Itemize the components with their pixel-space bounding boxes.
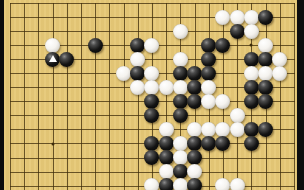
black-stone <box>244 94 259 109</box>
black-stone <box>215 136 230 151</box>
letterbox-left <box>0 0 4 190</box>
white-stone <box>201 94 216 109</box>
black-stone <box>187 66 202 81</box>
black-stone <box>201 52 216 67</box>
last-move-marker-icon <box>49 55 57 62</box>
black-stone <box>173 108 188 123</box>
black-stone <box>159 136 174 151</box>
black-stone <box>173 94 188 109</box>
white-stone <box>116 66 131 81</box>
black-stone <box>159 178 174 190</box>
white-stone <box>215 122 230 137</box>
black-stone <box>244 80 259 95</box>
black-stone <box>201 38 216 53</box>
white-stone <box>159 80 174 95</box>
white-stone <box>130 80 145 95</box>
white-stone <box>215 94 230 109</box>
black-stone <box>258 122 273 137</box>
black-stone <box>258 10 273 25</box>
go-board[interactable] <box>4 0 297 190</box>
white-stone <box>173 178 188 190</box>
black-stone <box>144 150 159 165</box>
black-stone <box>187 136 202 151</box>
white-stone <box>230 10 245 25</box>
white-stone <box>258 66 273 81</box>
stone-layer <box>3 0 301 190</box>
black-stone <box>244 122 259 137</box>
white-stone <box>230 178 245 190</box>
white-stone <box>244 24 259 39</box>
white-stone <box>159 164 174 179</box>
black-stone <box>173 164 188 179</box>
black-stone <box>144 94 159 109</box>
white-stone <box>173 136 188 151</box>
black-stone <box>187 178 202 190</box>
white-stone <box>244 10 259 25</box>
white-stone <box>187 122 202 137</box>
black-stone <box>144 108 159 123</box>
white-stone <box>215 10 230 25</box>
black-stone <box>187 80 202 95</box>
white-stone <box>45 38 60 53</box>
white-stone <box>144 66 159 81</box>
white-stone <box>230 122 245 137</box>
black-stone <box>159 150 174 165</box>
white-stone <box>187 164 202 179</box>
white-stone <box>201 122 216 137</box>
letterbox-right <box>297 0 304 190</box>
white-stone <box>230 108 245 123</box>
black-stone <box>230 24 245 39</box>
go-game-screenshot <box>0 0 304 190</box>
black-stone <box>244 136 259 151</box>
black-stone <box>144 136 159 151</box>
white-stone <box>258 38 273 53</box>
black-stone <box>45 52 60 67</box>
white-stone <box>272 66 287 81</box>
black-stone <box>201 66 216 81</box>
black-stone <box>187 150 202 165</box>
white-stone <box>159 122 174 137</box>
black-stone <box>130 38 145 53</box>
white-stone <box>173 80 188 95</box>
white-stone <box>173 150 188 165</box>
white-stone <box>272 52 287 67</box>
white-stone <box>130 52 145 67</box>
black-stone <box>201 136 216 151</box>
white-stone <box>201 80 216 95</box>
black-stone <box>130 66 145 81</box>
black-stone <box>215 38 230 53</box>
black-stone <box>244 52 259 67</box>
white-stone <box>244 66 259 81</box>
black-stone <box>258 94 273 109</box>
white-stone <box>144 178 159 190</box>
white-stone <box>173 24 188 39</box>
black-stone <box>258 52 273 67</box>
black-stone <box>187 94 202 109</box>
white-stone <box>173 52 188 67</box>
black-stone <box>59 52 74 67</box>
black-stone <box>173 66 188 81</box>
white-stone <box>144 38 159 53</box>
white-stone <box>144 80 159 95</box>
black-stone <box>88 38 103 53</box>
white-stone <box>215 178 230 190</box>
black-stone <box>258 80 273 95</box>
